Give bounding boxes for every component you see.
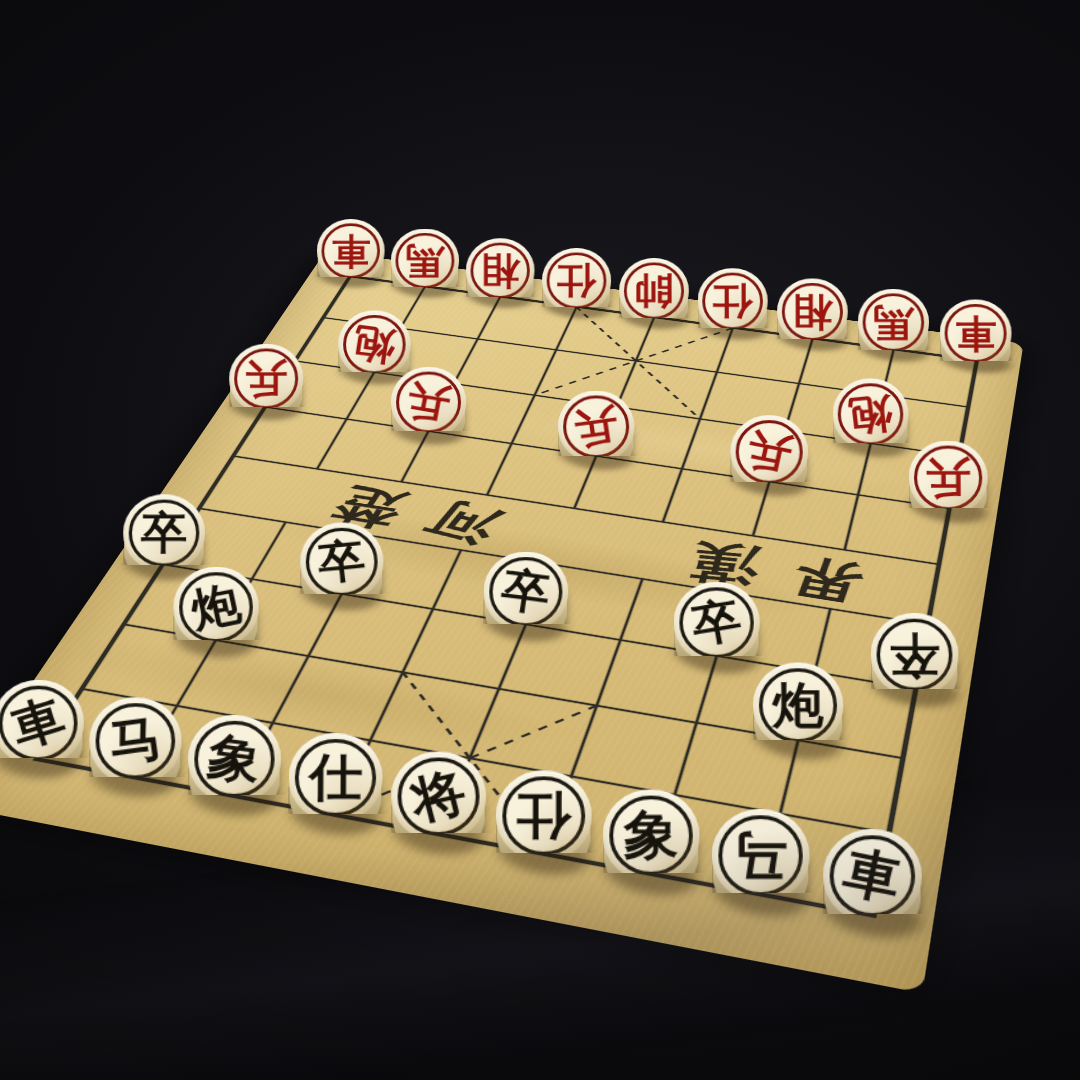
piece-body: 仕 <box>496 770 592 861</box>
piece-body: 马 <box>712 809 810 902</box>
piece-glyph: 卒 <box>889 631 939 678</box>
piece-body: 炮 <box>753 662 844 748</box>
piece-face: 将 <box>391 751 486 841</box>
piece-glyph: 马 <box>733 829 789 882</box>
piece-body: 車 <box>823 829 922 923</box>
piece-face: 車 <box>0 680 84 767</box>
piece-face: 卒 <box>300 522 384 601</box>
piece-face: 卒 <box>673 582 759 664</box>
piece-glyph: 将 <box>406 765 471 827</box>
piece-face: 卒 <box>483 552 568 632</box>
piece-glyph: 卒 <box>688 596 745 650</box>
piece-glyph: 卒 <box>499 566 553 617</box>
piece-body: 炮 <box>173 567 259 648</box>
photo-stage: 楚 河 漢 界 車馬相仕帥仕相馬車炮炮兵兵兵兵兵卒卒卒卒卒炮炮車马象仕将仕象马車 <box>0 0 1080 1080</box>
piece-face: 马 <box>89 697 182 785</box>
piece-body: 卒 <box>870 613 958 696</box>
piece-body: 象 <box>188 715 282 804</box>
piece-body: 卒 <box>300 522 384 601</box>
piece-face: 马 <box>712 809 810 902</box>
piece-glyph: 炮 <box>187 580 244 635</box>
piece-body: 卒 <box>483 552 568 632</box>
piece-body: 将 <box>391 751 486 841</box>
piece-glyph: 卒 <box>316 537 368 586</box>
piece-glyph: 車 <box>839 844 905 907</box>
piece-face: 卒 <box>870 613 958 696</box>
piece-face: 車 <box>823 829 922 923</box>
piece-glyph: 仕 <box>517 790 571 842</box>
piece-face: 卒 <box>123 494 205 571</box>
piece-glyph: 象 <box>205 731 265 788</box>
piece-body: 卒 <box>673 582 759 664</box>
piece-face: 仕 <box>288 733 382 822</box>
piece-body: 马 <box>89 697 182 785</box>
piece-body: 象 <box>603 789 700 881</box>
piece-face: 仕 <box>496 770 592 861</box>
piece-face: 象 <box>603 789 700 881</box>
piece-glyph: 炮 <box>772 681 823 730</box>
piece-body: 車 <box>0 680 84 767</box>
piece-glyph: 卒 <box>141 511 188 555</box>
scene: 楚 河 漢 界 車馬相仕帥仕相馬車炮炮兵兵兵兵兵卒卒卒卒卒炮炮車马象仕将仕象马車 <box>0 0 1080 1080</box>
piece-face: 炮 <box>753 662 844 748</box>
piece-face: 炮 <box>173 567 259 648</box>
piece-body: 仕 <box>288 733 382 822</box>
piece-glyph: 車 <box>6 692 71 754</box>
piece-glyph: 马 <box>106 713 165 769</box>
piece-face: 象 <box>188 715 282 804</box>
xiangqi-board: 楚 河 漢 界 車馬相仕帥仕相馬車炮炮兵兵兵兵兵卒卒卒卒卒炮炮車马象仕将仕象马車 <box>0 251 1024 993</box>
piece-glyph: 仕 <box>309 752 363 803</box>
piece-glyph: 象 <box>624 809 679 861</box>
piece-body: 卒 <box>123 494 205 571</box>
